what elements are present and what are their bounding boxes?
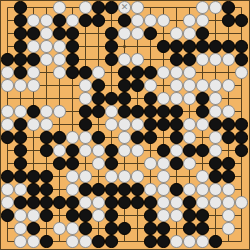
black-stone xyxy=(105,92,117,104)
black-stone xyxy=(14,14,26,26)
black-stone xyxy=(170,157,182,169)
white-stone xyxy=(14,183,26,195)
black-stone xyxy=(157,222,169,234)
white-stone xyxy=(157,196,169,208)
black-stone xyxy=(1,53,13,65)
white-stone xyxy=(27,40,39,52)
black-stone xyxy=(183,222,195,234)
black-stone xyxy=(144,66,156,78)
white-stone xyxy=(40,105,52,117)
black-stone xyxy=(170,40,182,52)
white-stone xyxy=(105,118,117,130)
black-stone xyxy=(222,40,234,52)
black-stone xyxy=(235,40,247,52)
black-stone xyxy=(196,27,208,39)
black-stone xyxy=(92,105,104,117)
black-stone xyxy=(27,183,39,195)
white-stone xyxy=(196,79,208,91)
black-stone xyxy=(170,53,182,65)
black-stone xyxy=(14,170,26,182)
black-stone xyxy=(209,118,221,130)
go-board[interactable]: ✕ xyxy=(0,0,250,250)
white-stone xyxy=(92,144,104,156)
black-stone xyxy=(105,157,117,169)
white-stone xyxy=(14,105,26,117)
black-stone xyxy=(105,144,117,156)
black-stone xyxy=(144,196,156,208)
black-stone xyxy=(144,92,156,104)
black-stone xyxy=(170,183,182,195)
black-stone xyxy=(118,79,130,91)
black-stone xyxy=(27,53,39,65)
white-stone xyxy=(118,118,130,130)
white-stone xyxy=(27,209,39,221)
white-stone xyxy=(209,53,221,65)
white-stone xyxy=(1,79,13,91)
white-stone xyxy=(27,235,39,247)
white-stone xyxy=(66,131,78,143)
black-stone xyxy=(14,66,26,78)
black-stone xyxy=(170,131,182,143)
black-stone xyxy=(40,209,52,221)
white-stone xyxy=(131,1,143,13)
black-stone xyxy=(1,170,13,182)
black-stone xyxy=(222,131,234,143)
white-stone xyxy=(53,40,65,52)
white-stone xyxy=(196,14,208,26)
black-stone xyxy=(144,222,156,234)
black-stone xyxy=(222,14,234,26)
white-stone xyxy=(92,196,104,208)
black-stone xyxy=(157,40,169,52)
white-stone xyxy=(27,79,39,91)
black-stone xyxy=(105,222,117,234)
black-stone xyxy=(131,131,143,143)
black-stone xyxy=(14,144,26,156)
black-stone xyxy=(92,1,104,13)
black-stone xyxy=(27,222,39,234)
black-stone xyxy=(209,157,221,169)
black-stone xyxy=(53,157,65,169)
black-stone xyxy=(157,144,169,156)
white-stone xyxy=(79,1,91,13)
black-stone xyxy=(183,40,195,52)
white-stone xyxy=(209,105,221,117)
white-stone xyxy=(66,222,78,234)
black-stone xyxy=(118,183,130,195)
black-stone xyxy=(118,196,130,208)
white-stone xyxy=(27,14,39,26)
white-stone xyxy=(118,27,130,39)
black-stone xyxy=(183,53,195,65)
black-stone xyxy=(131,79,143,91)
black-stone xyxy=(92,183,104,195)
black-stone xyxy=(235,53,247,65)
white-stone xyxy=(196,196,208,208)
white-stone xyxy=(79,235,91,247)
white-stone xyxy=(66,14,78,26)
white-stone xyxy=(92,157,104,169)
white-stone xyxy=(118,131,130,143)
white-stone xyxy=(183,235,195,247)
black-stone xyxy=(105,196,117,208)
black-stone xyxy=(66,66,78,78)
black-stone xyxy=(144,27,156,39)
black-stone xyxy=(131,105,143,117)
white-stone xyxy=(118,53,130,65)
white-stone xyxy=(157,14,169,26)
white-stone xyxy=(196,170,208,182)
white-stone xyxy=(170,144,182,156)
white-stone xyxy=(53,144,65,156)
white-stone xyxy=(144,183,156,195)
white-stone xyxy=(170,27,182,39)
black-stone xyxy=(27,196,39,208)
white-stone xyxy=(53,1,65,13)
white-stone xyxy=(40,118,52,130)
white-stone xyxy=(131,144,143,156)
white-stone xyxy=(196,235,208,247)
white-stone xyxy=(79,144,91,156)
white-stone xyxy=(105,170,117,182)
white-stone xyxy=(183,131,195,143)
white-stone xyxy=(131,14,143,26)
white-stone xyxy=(157,209,169,221)
black-stone xyxy=(196,209,208,221)
black-stone xyxy=(66,196,78,208)
white-stone xyxy=(209,144,221,156)
black-stone xyxy=(235,144,247,156)
white-stone xyxy=(14,209,26,221)
black-stone xyxy=(14,118,26,130)
white-stone xyxy=(157,66,169,78)
black-stone xyxy=(92,14,104,26)
black-stone xyxy=(92,79,104,91)
black-stone xyxy=(131,183,143,195)
black-stone xyxy=(40,170,52,182)
white-stone xyxy=(131,170,143,182)
black-stone xyxy=(14,131,26,143)
black-stone xyxy=(79,209,91,221)
white-stone xyxy=(40,14,52,26)
white-stone xyxy=(209,183,221,195)
white-stone xyxy=(209,131,221,143)
black-stone xyxy=(105,209,117,221)
white-stone xyxy=(157,92,169,104)
black-stone xyxy=(105,183,117,195)
white-stone xyxy=(27,66,39,78)
black-stone xyxy=(235,131,247,143)
white-stone xyxy=(92,209,104,221)
hoshi-point xyxy=(123,45,126,48)
last-move-marker: ✕ xyxy=(119,2,129,12)
white-stone xyxy=(79,131,91,143)
white-stone xyxy=(196,183,208,195)
black-stone xyxy=(118,92,130,104)
black-stone xyxy=(183,144,195,156)
white-stone xyxy=(1,66,13,78)
black-stone xyxy=(105,40,117,52)
black-stone xyxy=(66,53,78,65)
white-stone xyxy=(144,79,156,91)
black-stone xyxy=(14,157,26,169)
black-stone xyxy=(196,144,208,156)
black-stone xyxy=(144,131,156,143)
black-stone xyxy=(118,66,130,78)
black-stone xyxy=(170,105,182,117)
black-stone xyxy=(14,53,26,65)
white-stone xyxy=(170,66,182,78)
white-stone xyxy=(157,170,169,182)
black-stone xyxy=(183,196,195,208)
white-stone xyxy=(235,66,247,78)
black-stone xyxy=(40,144,52,156)
white-stone xyxy=(53,53,65,65)
black-stone xyxy=(222,118,234,130)
white-stone xyxy=(79,196,91,208)
black-stone xyxy=(196,92,208,104)
black-stone xyxy=(131,196,143,208)
black-stone xyxy=(157,118,169,130)
black-stone xyxy=(40,183,52,195)
white-stone xyxy=(66,235,78,247)
black-stone xyxy=(209,235,221,247)
black-stone xyxy=(144,235,156,247)
white-stone xyxy=(79,92,91,104)
white-stone xyxy=(105,105,117,117)
white-stone xyxy=(183,27,195,39)
black-stone xyxy=(92,131,104,143)
white-stone xyxy=(1,118,13,130)
black-stone xyxy=(79,14,91,26)
black-stone xyxy=(27,105,39,117)
black-stone xyxy=(40,235,52,247)
black-stone xyxy=(92,235,104,247)
black-stone xyxy=(196,40,208,52)
black-stone xyxy=(209,170,221,182)
black-stone xyxy=(118,105,130,117)
white-stone xyxy=(222,222,234,234)
white-stone xyxy=(222,196,234,208)
black-stone xyxy=(53,27,65,39)
white-stone xyxy=(118,170,130,182)
black-stone xyxy=(66,209,78,221)
black-stone xyxy=(222,170,234,182)
black-stone xyxy=(79,118,91,130)
black-stone xyxy=(40,131,52,143)
white-stone xyxy=(40,27,52,39)
black-stone xyxy=(27,170,39,182)
white-stone xyxy=(183,66,195,78)
black-stone xyxy=(196,105,208,117)
white-stone xyxy=(222,183,234,195)
white-stone xyxy=(222,209,234,221)
black-stone xyxy=(144,209,156,221)
white-stone xyxy=(157,183,169,195)
black-stone xyxy=(14,196,26,208)
black-stone xyxy=(66,27,78,39)
white-stone xyxy=(183,92,195,104)
white-stone xyxy=(209,79,221,91)
black-stone xyxy=(79,222,91,234)
white-stone xyxy=(14,79,26,91)
white-stone xyxy=(131,53,143,65)
white-stone xyxy=(183,157,195,169)
black-stone xyxy=(170,118,182,130)
white-stone xyxy=(14,222,26,234)
white-stone xyxy=(209,1,221,13)
white-stone xyxy=(1,183,13,195)
black-stone xyxy=(1,209,13,221)
white-stone xyxy=(79,170,91,182)
black-stone xyxy=(79,105,91,117)
white-stone xyxy=(183,79,195,91)
white-stone xyxy=(196,53,208,65)
black-stone xyxy=(92,92,104,104)
white-stone xyxy=(157,157,169,169)
white-stone xyxy=(170,209,182,221)
black-stone xyxy=(53,14,65,26)
white-stone xyxy=(209,196,221,208)
white-stone xyxy=(170,92,182,104)
black-stone xyxy=(131,66,143,78)
white-stone xyxy=(66,183,78,195)
black-stone xyxy=(105,53,117,65)
black-stone xyxy=(157,105,169,117)
black-stone xyxy=(14,40,26,52)
white-stone xyxy=(183,118,195,130)
black-stone xyxy=(105,235,117,247)
white-stone xyxy=(66,170,78,182)
white-stone xyxy=(222,105,234,117)
black-stone xyxy=(235,118,247,130)
black-stone xyxy=(79,66,91,78)
white-stone xyxy=(170,196,182,208)
black-stone xyxy=(14,1,26,13)
white-stone xyxy=(196,1,208,13)
white-stone xyxy=(170,79,182,91)
white-stone xyxy=(183,14,195,26)
white-stone xyxy=(144,14,156,26)
white-stone xyxy=(92,66,104,78)
black-stone xyxy=(144,105,156,117)
black-stone xyxy=(105,27,117,39)
white-stone xyxy=(27,118,39,130)
white-stone xyxy=(40,40,52,52)
white-stone-last-move: ✕ xyxy=(118,1,130,13)
black-stone xyxy=(53,131,65,143)
white-stone xyxy=(1,105,13,117)
black-stone xyxy=(118,222,130,234)
black-stone xyxy=(144,118,156,130)
white-stone xyxy=(14,235,26,247)
black-stone xyxy=(66,40,78,52)
white-stone xyxy=(53,105,65,117)
black-stone xyxy=(183,209,195,221)
white-stone xyxy=(183,183,195,195)
white-stone xyxy=(40,53,52,65)
white-stone xyxy=(196,118,208,130)
white-stone xyxy=(131,118,143,130)
white-stone xyxy=(131,27,143,39)
black-stone xyxy=(105,1,117,13)
black-stone xyxy=(209,40,221,52)
black-stone xyxy=(1,131,13,143)
black-stone xyxy=(66,157,78,169)
white-stone xyxy=(118,144,130,156)
black-stone xyxy=(79,183,91,195)
black-stone xyxy=(118,14,130,26)
black-stone xyxy=(157,235,169,247)
black-stone xyxy=(222,1,234,13)
black-stone xyxy=(27,27,39,39)
black-stone xyxy=(196,222,208,234)
black-stone xyxy=(40,196,52,208)
black-stone xyxy=(222,157,234,169)
white-stone xyxy=(222,79,234,91)
white-stone xyxy=(53,66,65,78)
white-stone xyxy=(79,79,91,91)
black-stone xyxy=(53,196,65,208)
black-stone xyxy=(14,27,26,39)
white-stone xyxy=(209,92,221,104)
white-stone xyxy=(53,222,65,234)
white-stone xyxy=(222,53,234,65)
white-stone xyxy=(235,196,247,208)
white-stone xyxy=(1,196,13,208)
white-stone xyxy=(144,157,156,169)
black-stone xyxy=(66,144,78,156)
black-stone xyxy=(235,14,247,26)
white-stone xyxy=(170,235,182,247)
